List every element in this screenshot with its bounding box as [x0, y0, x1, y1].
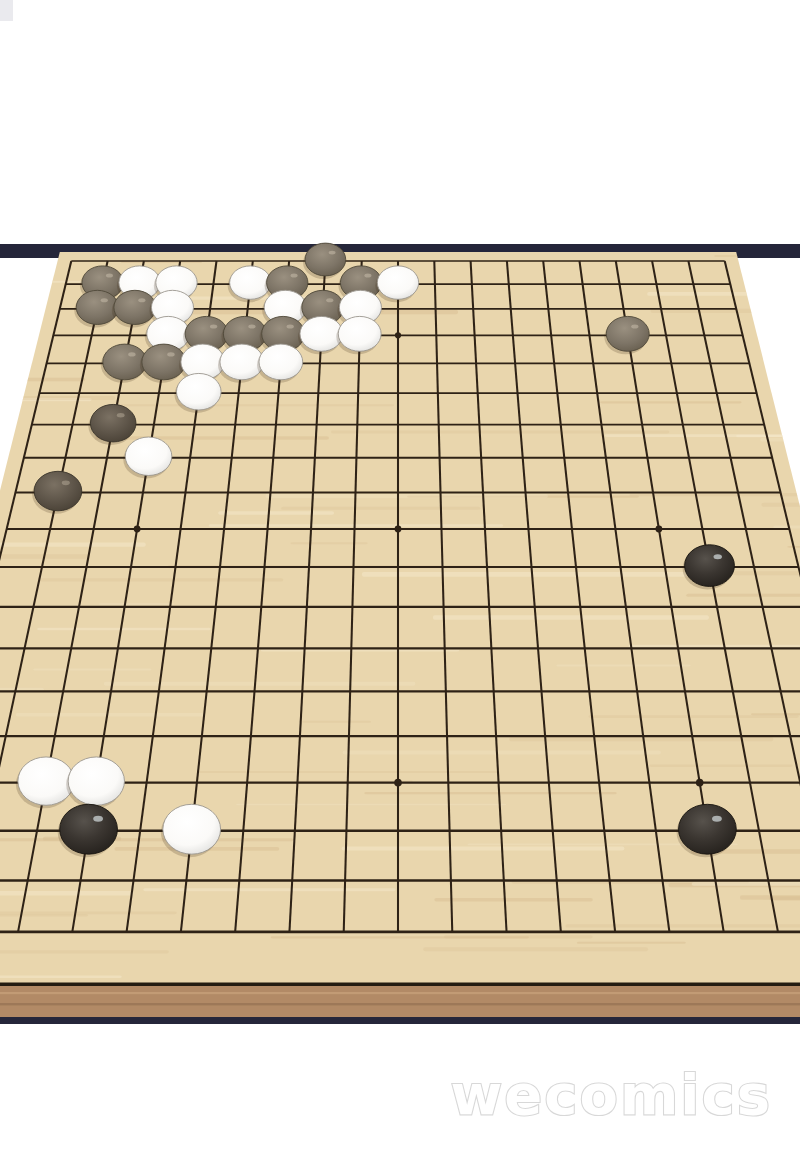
stone-highlight: [106, 274, 113, 278]
stone-highlight: [117, 413, 125, 417]
stone-highlight: [138, 298, 145, 302]
star-point: [395, 526, 402, 533]
stone-highlight: [712, 816, 722, 822]
board-front-edge: [0, 983, 800, 1025]
stone-highlight: [631, 324, 638, 328]
stone-highlight: [210, 324, 217, 328]
comic-page: wecomics: [0, 0, 800, 1152]
front-face: [0, 986, 800, 1017]
stone-highlight: [291, 274, 298, 278]
stone-highlight: [248, 324, 255, 328]
stone-highlight: [714, 554, 722, 559]
go-board-scene: wecomics: [0, 0, 800, 1152]
stone-highlight: [93, 816, 103, 822]
star-point: [696, 779, 704, 787]
stone-highlight: [287, 324, 294, 328]
corner-fragment: [0, 0, 13, 21]
stone-highlight: [326, 298, 333, 302]
star-point: [395, 332, 401, 338]
panel-border-bottom: [0, 1017, 800, 1024]
stone-highlight: [364, 274, 371, 278]
star-point: [394, 779, 402, 787]
watermark: wecomics: [451, 1062, 772, 1127]
stone-highlight: [62, 480, 70, 485]
stone-highlight: [101, 298, 108, 302]
stone-highlight: [329, 251, 336, 255]
star-point: [134, 526, 141, 533]
front-edge-line: [0, 983, 800, 987]
stone-highlight: [167, 352, 174, 356]
star-point: [655, 526, 662, 533]
stone-highlight: [128, 352, 135, 356]
